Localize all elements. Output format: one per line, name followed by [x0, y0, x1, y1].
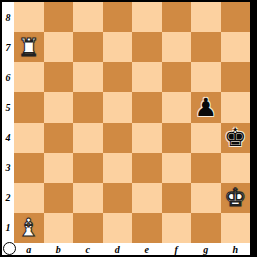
square-c3[interactable] [73, 153, 103, 183]
file-label-h: h [221, 243, 251, 255]
square-b7[interactable] [44, 32, 74, 62]
square-c5[interactable] [73, 92, 103, 122]
square-g8[interactable] [191, 2, 221, 32]
square-h2[interactable]: ♚ [221, 183, 251, 213]
rank-labels: 87654321 [2, 2, 14, 243]
square-d3[interactable] [103, 153, 133, 183]
square-h4[interactable]: ♚ [221, 123, 251, 153]
square-a4[interactable] [14, 123, 44, 153]
square-d2[interactable] [103, 183, 133, 213]
white-rook[interactable]: ♜ [18, 35, 40, 60]
rank-label-7: 7 [2, 32, 14, 62]
square-b8[interactable] [44, 2, 74, 32]
square-g1[interactable] [191, 213, 221, 243]
square-h7[interactable] [221, 32, 251, 62]
square-f3[interactable] [162, 153, 192, 183]
square-d1[interactable] [103, 213, 133, 243]
square-e6[interactable] [132, 62, 162, 92]
square-e3[interactable] [132, 153, 162, 183]
chess-board: ♜♟♚♚♝ [14, 2, 250, 243]
square-f5[interactable] [162, 92, 192, 122]
chess-diagram: 87654321 ♜♟♚♚♝ abcdefgh [0, 0, 257, 257]
square-b6[interactable] [44, 62, 74, 92]
square-g3[interactable] [191, 153, 221, 183]
black-king[interactable]: ♚ [224, 125, 246, 150]
square-e8[interactable] [132, 2, 162, 32]
square-h1[interactable] [221, 213, 251, 243]
square-a8[interactable] [14, 2, 44, 32]
file-label-c: c [73, 243, 103, 255]
square-c1[interactable] [73, 213, 103, 243]
rank-label-2: 2 [2, 183, 14, 213]
square-b1[interactable] [44, 213, 74, 243]
file-label-b: b [44, 243, 74, 255]
square-f6[interactable] [162, 62, 192, 92]
square-a7[interactable]: ♜ [14, 32, 44, 62]
file-label-a: a [14, 243, 44, 255]
square-h8[interactable] [221, 2, 251, 32]
square-c8[interactable] [73, 2, 103, 32]
square-e4[interactable] [132, 123, 162, 153]
square-g7[interactable] [191, 32, 221, 62]
square-d7[interactable] [103, 32, 133, 62]
rank-label-6: 6 [2, 62, 14, 92]
square-f2[interactable] [162, 183, 192, 213]
rank-label-3: 3 [2, 153, 14, 183]
square-c2[interactable] [73, 183, 103, 213]
square-d4[interactable] [103, 123, 133, 153]
file-labels: abcdefgh [2, 243, 250, 255]
square-f1[interactable] [162, 213, 192, 243]
square-a5[interactable] [14, 92, 44, 122]
square-f4[interactable] [162, 123, 192, 153]
square-g6[interactable] [191, 62, 221, 92]
file-label-e: e [132, 243, 162, 255]
square-g4[interactable] [191, 123, 221, 153]
white-king[interactable]: ♚ [224, 185, 246, 210]
square-g2[interactable] [191, 183, 221, 213]
file-label-f: f [162, 243, 192, 255]
square-d6[interactable] [103, 62, 133, 92]
rank-label-5: 5 [2, 92, 14, 122]
square-e2[interactable] [132, 183, 162, 213]
rank-label-4: 4 [2, 123, 14, 153]
square-c4[interactable] [73, 123, 103, 153]
square-a1[interactable]: ♝ [14, 213, 44, 243]
square-h3[interactable] [221, 153, 251, 183]
white-bishop[interactable]: ♝ [18, 215, 40, 240]
square-b2[interactable] [44, 183, 74, 213]
square-a6[interactable] [14, 62, 44, 92]
square-b3[interactable] [44, 153, 74, 183]
rank-label-1: 1 [2, 213, 14, 243]
square-e1[interactable] [132, 213, 162, 243]
square-a2[interactable] [14, 183, 44, 213]
square-a3[interactable] [14, 153, 44, 183]
square-c6[interactable] [73, 62, 103, 92]
square-b5[interactable] [44, 92, 74, 122]
white-to-move-indicator [3, 242, 16, 255]
file-label-g: g [191, 243, 221, 255]
square-g5[interactable]: ♟ [191, 92, 221, 122]
black-pawn[interactable]: ♟ [195, 95, 217, 120]
square-h5[interactable] [221, 92, 251, 122]
square-f7[interactable] [162, 32, 192, 62]
rank-label-8: 8 [2, 2, 14, 32]
square-c7[interactable] [73, 32, 103, 62]
square-h6[interactable] [221, 62, 251, 92]
square-b4[interactable] [44, 123, 74, 153]
square-d8[interactable] [103, 2, 133, 32]
square-d5[interactable] [103, 92, 133, 122]
square-f8[interactable] [162, 2, 192, 32]
square-e5[interactable] [132, 92, 162, 122]
square-e7[interactable] [132, 32, 162, 62]
file-label-d: d [103, 243, 133, 255]
